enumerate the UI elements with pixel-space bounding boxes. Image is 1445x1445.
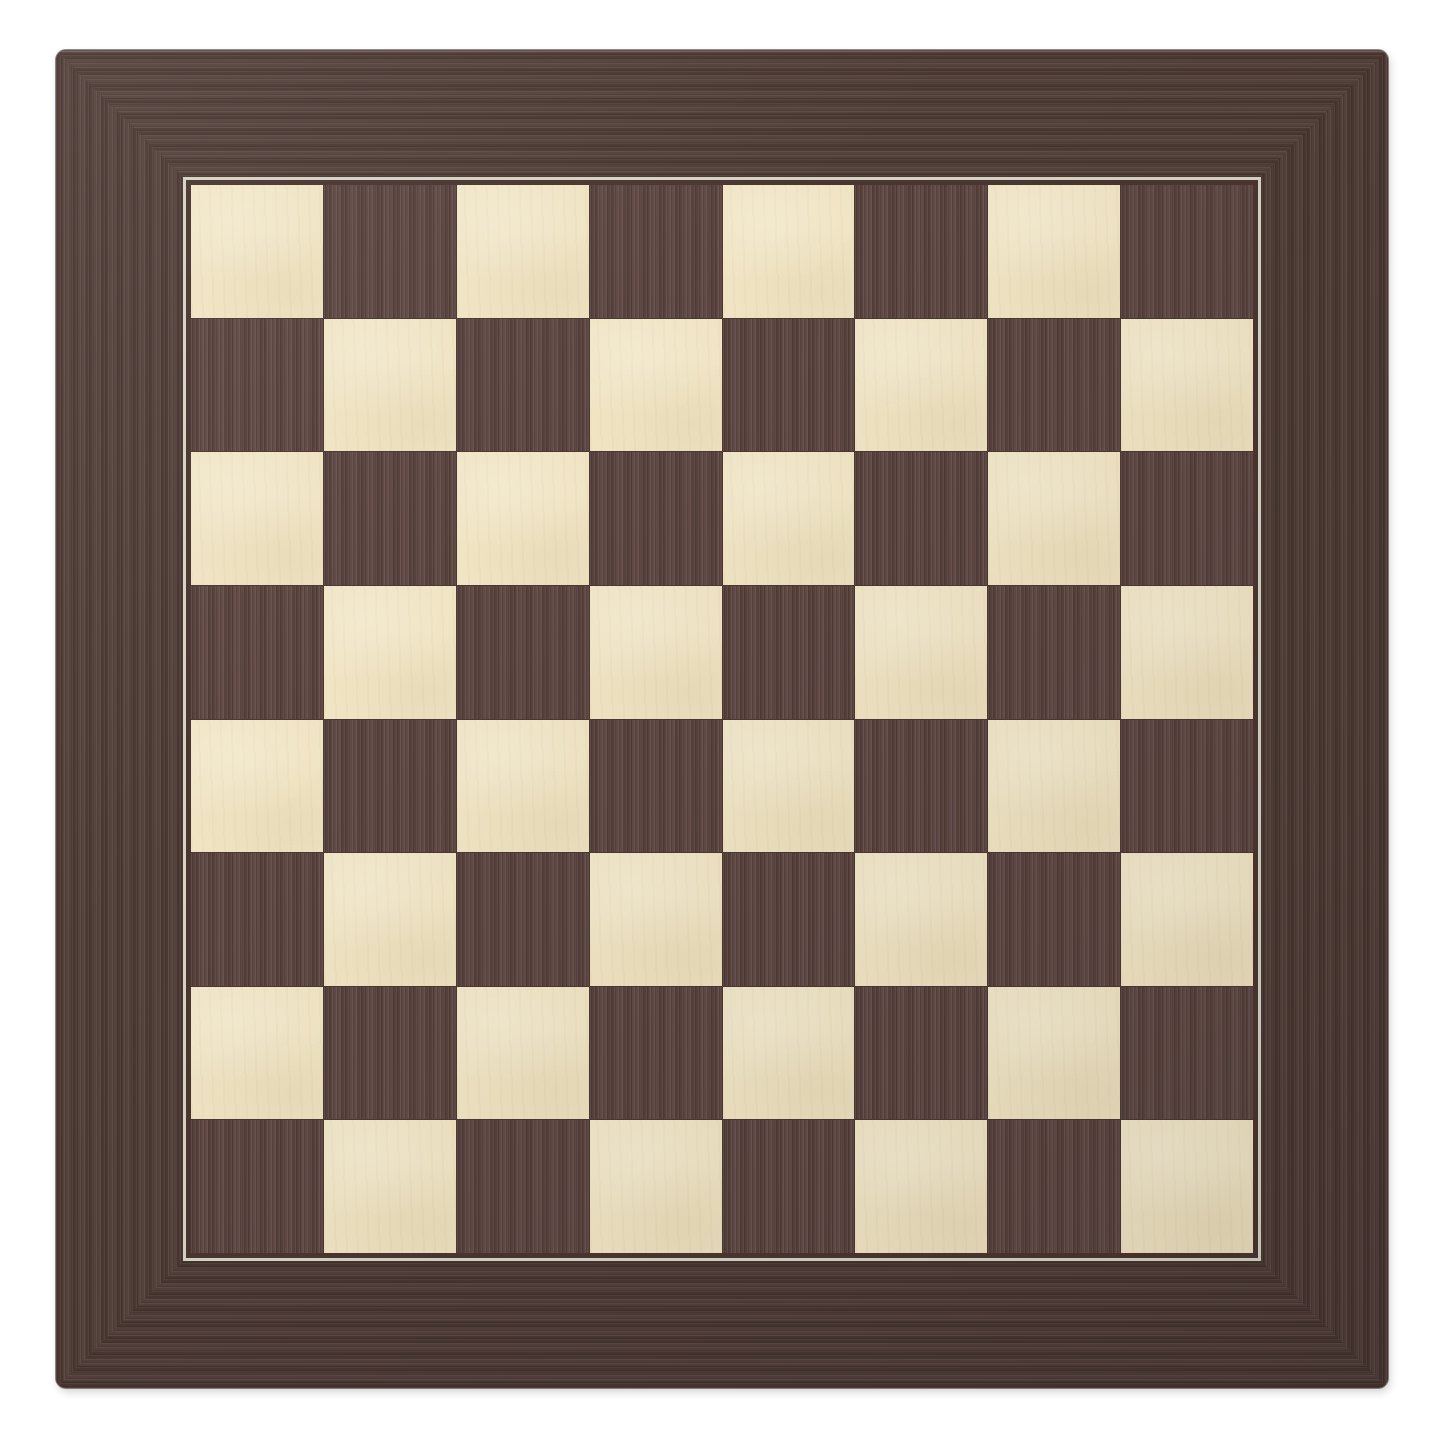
square-c3 <box>457 853 589 986</box>
square-h4 <box>1121 720 1253 853</box>
square-a2 <box>191 987 323 1120</box>
square-e1 <box>723 1120 855 1253</box>
square-b5 <box>324 586 456 719</box>
square-c1 <box>457 1120 589 1253</box>
square-b6 <box>324 452 456 585</box>
board-frame-top <box>56 50 1388 180</box>
board-grid <box>191 185 1253 1253</box>
square-d1 <box>590 1120 722 1253</box>
square-a6 <box>191 452 323 585</box>
square-d6 <box>590 452 722 585</box>
square-h5 <box>1121 586 1253 719</box>
square-h7 <box>1121 319 1253 452</box>
square-f6 <box>855 452 987 585</box>
square-g1 <box>988 1120 1120 1253</box>
square-a8 <box>191 185 323 318</box>
square-g8 <box>988 185 1120 318</box>
square-c6 <box>457 452 589 585</box>
square-e4 <box>723 720 855 853</box>
square-d2 <box>590 987 722 1120</box>
square-g4 <box>988 720 1120 853</box>
board-frame-left <box>56 50 186 1388</box>
square-g6 <box>988 452 1120 585</box>
square-c2 <box>457 987 589 1120</box>
square-h6 <box>1121 452 1253 585</box>
square-g2 <box>988 987 1120 1120</box>
board-inlay-border <box>183 177 1261 1261</box>
square-a1 <box>191 1120 323 1253</box>
square-d8 <box>590 185 722 318</box>
square-c7 <box>457 319 589 452</box>
square-h1 <box>1121 1120 1253 1253</box>
square-a3 <box>191 853 323 986</box>
square-e3 <box>723 853 855 986</box>
square-e7 <box>723 319 855 452</box>
square-h3 <box>1121 853 1253 986</box>
square-d5 <box>590 586 722 719</box>
square-f7 <box>855 319 987 452</box>
square-d3 <box>590 853 722 986</box>
square-d4 <box>590 720 722 853</box>
square-b7 <box>324 319 456 452</box>
square-c5 <box>457 586 589 719</box>
square-f2 <box>855 987 987 1120</box>
square-a7 <box>191 319 323 452</box>
square-f8 <box>855 185 987 318</box>
square-b1 <box>324 1120 456 1253</box>
square-e5 <box>723 586 855 719</box>
square-b2 <box>324 987 456 1120</box>
square-b4 <box>324 720 456 853</box>
square-e2 <box>723 987 855 1120</box>
square-f5 <box>855 586 987 719</box>
square-e8 <box>723 185 855 318</box>
square-g7 <box>988 319 1120 452</box>
chess-board <box>56 50 1388 1388</box>
square-g5 <box>988 586 1120 719</box>
square-h2 <box>1121 987 1253 1120</box>
board-frame-bottom <box>56 1258 1388 1388</box>
square-b3 <box>324 853 456 986</box>
square-f3 <box>855 853 987 986</box>
square-b8 <box>324 185 456 318</box>
square-c4 <box>457 720 589 853</box>
square-h8 <box>1121 185 1253 318</box>
square-f1 <box>855 1120 987 1253</box>
square-c8 <box>457 185 589 318</box>
square-a5 <box>191 586 323 719</box>
photo-background <box>0 0 1445 1445</box>
square-g3 <box>988 853 1120 986</box>
square-a4 <box>191 720 323 853</box>
square-f4 <box>855 720 987 853</box>
square-d7 <box>590 319 722 452</box>
board-frame-right <box>1258 50 1388 1388</box>
square-e6 <box>723 452 855 585</box>
